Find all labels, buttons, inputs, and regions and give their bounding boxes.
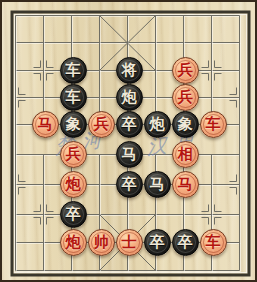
piece-red-cannon[interactable]: 炮 xyxy=(60,229,87,256)
piece-black-cannon[interactable]: 炮 xyxy=(144,111,171,138)
piece-red-soldier[interactable]: 兵 xyxy=(172,84,199,111)
piece-red-advisor[interactable]: 士 xyxy=(116,229,143,256)
piece-black-chariot[interactable]: 车 xyxy=(60,84,87,111)
piece-black-soldier[interactable]: 卒 xyxy=(116,171,143,198)
piece-red-horse[interactable]: 马 xyxy=(32,111,59,138)
piece-black-horse[interactable]: 马 xyxy=(116,141,143,168)
piece-red-cannon[interactable]: 炮 xyxy=(60,171,87,198)
piece-black-soldier[interactable]: 卒 xyxy=(144,229,171,256)
piece-black-soldier[interactable]: 卒 xyxy=(60,201,87,228)
piece-red-soldier[interactable]: 兵 xyxy=(60,141,87,168)
piece-black-soldier[interactable]: 卒 xyxy=(116,111,143,138)
piece-black-general[interactable]: 将 xyxy=(116,57,143,84)
piece-black-elephant[interactable]: 象 xyxy=(172,111,199,138)
piece-black-horse[interactable]: 马 xyxy=(144,171,171,198)
piece-red-horse[interactable]: 马 xyxy=(172,171,199,198)
piece-red-general[interactable]: 帅 xyxy=(88,229,115,256)
piece-black-cannon[interactable]: 炮 xyxy=(116,84,143,111)
piece-red-chariot[interactable]: 车 xyxy=(200,111,227,138)
piece-black-elephant[interactable]: 象 xyxy=(60,111,87,138)
piece-red-elephant[interactable]: 相 xyxy=(172,141,199,168)
piece-black-soldier[interactable]: 卒 xyxy=(172,229,199,256)
piece-red-soldier[interactable]: 兵 xyxy=(88,111,115,138)
xiangqi-app: 楚河 汉界 车将兵车炮兵马象兵卒炮象车兵马相炮卒马马卒炮帅士卒卒车 xyxy=(0,0,257,282)
piece-red-soldier[interactable]: 兵 xyxy=(172,57,199,84)
piece-red-chariot[interactable]: 车 xyxy=(200,229,227,256)
piece-black-chariot[interactable]: 车 xyxy=(60,57,87,84)
